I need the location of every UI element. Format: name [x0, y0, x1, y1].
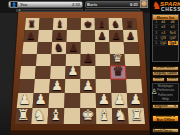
sparkchess-logo: ♞ SPARK CHESS [151, 0, 180, 13]
pawn-icon: ♙ [151, 88, 157, 95]
info-panel: ♙ MultiplayerPreferencesFullscreenHelp [152, 83, 179, 102]
move-row[interactable]: 5.Qg5Qg4 [153, 41, 178, 46]
logo-line2: CHESS [161, 7, 180, 12]
about-button[interactable]: About SparkChess... [152, 128, 179, 133]
moves-list[interactable]: 1.d4d62.e3e53.c3Nc64.Qf3Qd75.Qg5Qg4 [153, 20, 178, 46]
white-player-name: You [20, 2, 72, 7]
black-move[interactable]: Qg4 [168, 41, 178, 45]
load-button[interactable]: Load [166, 77, 179, 82]
black-move[interactable]: Nc6 [168, 31, 178, 35]
black-captured-tray [85, 9, 140, 13]
player-bar-white: 👤 You 2:32 [8, 1, 83, 8]
captured-pawn-icon: ♟ [18, 9, 21, 12]
download-buy-button[interactable]: Download & Buy Offline [152, 115, 179, 122]
white-avatar-icon: 👤 [10, 1, 18, 8]
black-player-name: Boris [87, 2, 130, 7]
white-move[interactable]: c3 [159, 31, 169, 35]
black-move[interactable]: d6 [168, 20, 178, 24]
black-move[interactable]: Qd7 [168, 36, 178, 40]
black-clock: 0:31 [130, 2, 138, 7]
white-move[interactable]: Qg5 [159, 41, 169, 45]
board-scene: ♜♝♚♝♞♜♟♟♟♟♟♞♟♟♛♟♛♟♟♟♟♟♟♟♜♞♝♚♝♞♜ 👤 You 2:… [0, 0, 150, 135]
white-captured-tray: ♟ [16, 9, 83, 13]
language-value: English [155, 105, 168, 109]
black-avatar-photo [140, 0, 148, 8]
white-move[interactable]: Qf3 [159, 36, 169, 40]
save-button[interactable]: Save [152, 77, 165, 82]
white-move[interactable]: d4 [159, 20, 169, 24]
chevron-down-icon: ▼ [174, 105, 177, 108]
sparkchess-window: ♜♝♚♝♞♜♟♟♟♟♟♞♟♟♛♟♛♟♟♟♟♟♟♟♜♞♝♚♝♞♜ 👤 You 2:… [0, 0, 180, 135]
info-link[interactable]: Help [153, 97, 178, 101]
black-move[interactable]: e5 [168, 25, 178, 29]
white-clock: 2:32 [72, 2, 80, 7]
white-move[interactable]: e3 [159, 25, 169, 29]
moves-panel: Moves list 1.d4d62.e3e53.c3Nc64.Qf3Qd75.… [152, 14, 179, 62]
sidebar: ♞ SPARK CHESS Moves list 1.d4d62.e3e53.c… [150, 0, 180, 135]
player-bar-black: Boris 0:31 [85, 1, 141, 8]
undo-move-button[interactable]: Undo Move [152, 66, 179, 71]
language-dropdown[interactable]: English ▼ [152, 104, 179, 109]
